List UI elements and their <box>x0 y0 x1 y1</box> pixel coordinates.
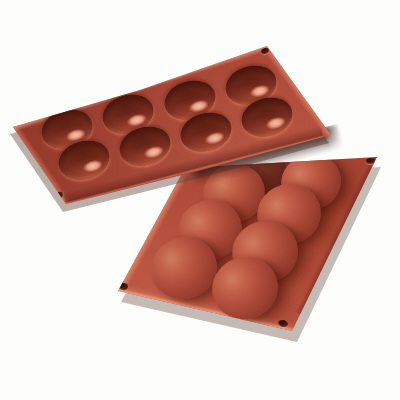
hanging-hole <box>366 158 375 165</box>
hanging-hole <box>277 319 288 328</box>
product-photo-scene: Two terracotta silicone half-sphere baki… <box>0 0 400 400</box>
hanging-hole <box>118 282 128 291</box>
hanging-hole <box>260 47 269 55</box>
